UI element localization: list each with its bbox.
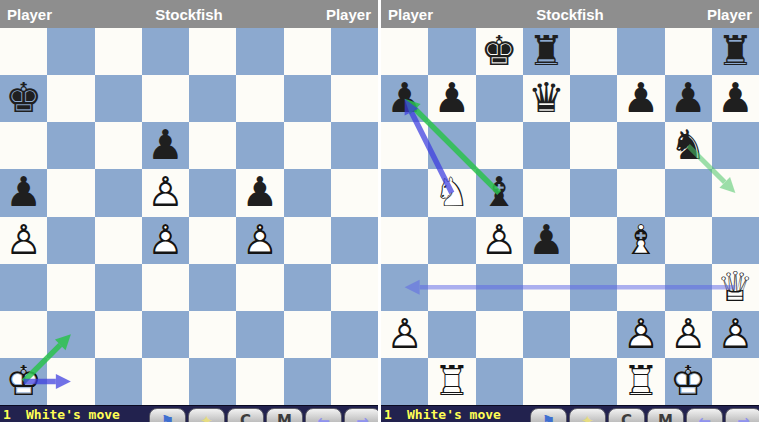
square-a7[interactable]: ♚ xyxy=(0,75,47,122)
square-d3[interactable] xyxy=(142,264,189,311)
square-e5[interactable] xyxy=(189,169,236,216)
c-glyph-icon: C xyxy=(621,414,632,422)
square-c8[interactable] xyxy=(95,28,142,75)
arrow-left-icon: ← xyxy=(317,414,330,422)
arrow-left-icon: ← xyxy=(698,414,711,422)
square-e8[interactable] xyxy=(570,28,617,75)
mode-button[interactable]: M xyxy=(266,408,303,422)
square-c4[interactable]: ♟♙ xyxy=(476,217,523,264)
square-d1[interactable] xyxy=(142,358,189,405)
square-f7[interactable]: ♟ xyxy=(617,75,664,122)
black-king: ♚ xyxy=(476,28,523,75)
square-b1[interactable] xyxy=(47,358,94,405)
white-rook: ♜♖ xyxy=(617,358,664,405)
engine-name: Stockfish xyxy=(509,6,630,23)
square-b7[interactable]: ♟ xyxy=(428,75,475,122)
white-pawn: ♟♙ xyxy=(712,311,759,358)
square-d1[interactable] xyxy=(523,358,570,405)
mode-button[interactable]: M xyxy=(647,408,684,422)
square-c8[interactable]: ♚ xyxy=(476,28,523,75)
black-pawn: ♟ xyxy=(617,75,664,122)
square-b3[interactable] xyxy=(47,264,94,311)
square-f6[interactable] xyxy=(617,122,664,169)
square-h2[interactable] xyxy=(331,311,378,358)
square-e3[interactable] xyxy=(570,264,617,311)
black-player-name: Player xyxy=(631,6,752,23)
square-a6[interactable] xyxy=(381,122,428,169)
engine-button[interactable]: C xyxy=(227,408,264,422)
piece-outline: ♙ xyxy=(381,311,428,358)
square-e6[interactable] xyxy=(189,122,236,169)
square-h1[interactable] xyxy=(712,358,759,405)
square-d3[interactable] xyxy=(523,264,570,311)
square-d8[interactable] xyxy=(142,28,189,75)
black-pawn: ♟ xyxy=(665,75,712,122)
square-g1[interactable] xyxy=(284,358,331,405)
square-a1[interactable] xyxy=(381,358,428,405)
black-rook: ♜ xyxy=(712,28,759,75)
square-h4[interactable] xyxy=(712,217,759,264)
square-f1[interactable]: ♜♖ xyxy=(617,358,664,405)
square-c6[interactable] xyxy=(476,122,523,169)
square-h8[interactable]: ♜ xyxy=(712,28,759,75)
square-f4[interactable]: ♝♗ xyxy=(617,217,664,264)
game-panel-right: Player Stockfish Player ♚♜♜♟♟♛♟♟♟♞♞♘♝♟♙♟… xyxy=(381,0,759,422)
square-b6[interactable] xyxy=(47,122,94,169)
square-f4[interactable]: ♟♙ xyxy=(236,217,283,264)
square-b6[interactable] xyxy=(428,122,475,169)
square-h3[interactable]: ♛♕ xyxy=(712,264,759,311)
square-f2[interactable]: ♟♙ xyxy=(617,311,664,358)
square-a1[interactable]: ♚♔ xyxy=(0,358,47,405)
square-h5[interactable] xyxy=(331,169,378,216)
square-h2[interactable]: ♟♙ xyxy=(712,311,759,358)
square-b7[interactable] xyxy=(47,75,94,122)
square-h1[interactable] xyxy=(331,358,378,405)
square-d4[interactable]: ♟ xyxy=(523,217,570,264)
square-e1[interactable] xyxy=(189,358,236,405)
c-glyph-icon: C xyxy=(240,414,251,422)
square-f8[interactable] xyxy=(617,28,664,75)
black-rook: ♜ xyxy=(523,28,570,75)
square-h4[interactable] xyxy=(331,217,378,264)
square-d5[interactable] xyxy=(523,169,570,216)
square-e1[interactable] xyxy=(570,358,617,405)
square-f5[interactable] xyxy=(617,169,664,216)
flag-icon: ⚑ xyxy=(542,414,555,422)
square-f2[interactable] xyxy=(236,311,283,358)
square-c3[interactable] xyxy=(95,264,142,311)
board-area: ♚♟♟♟♙♟♟♙♟♙♟♙♚♔ xyxy=(0,28,378,405)
square-e3[interactable] xyxy=(189,264,236,311)
square-f8[interactable] xyxy=(236,28,283,75)
player-header: Player Stockfish Player xyxy=(0,0,378,28)
sparkle-icon: ✦ xyxy=(581,414,594,422)
sparkle-icon: ✦ xyxy=(200,414,213,422)
white-pawn: ♟♙ xyxy=(476,217,523,264)
square-f6[interactable] xyxy=(236,122,283,169)
white-king: ♚♔ xyxy=(665,358,712,405)
square-g3[interactable] xyxy=(665,264,712,311)
white-pawn: ♟♙ xyxy=(236,217,283,264)
square-e4[interactable] xyxy=(189,217,236,264)
square-d2[interactable] xyxy=(523,311,570,358)
black-queen: ♛ xyxy=(523,75,570,122)
square-h5[interactable] xyxy=(712,169,759,216)
game-panel-left: Player Stockfish Player ♚♟♟♟♙♟♟♙♟♙♟♙♚♔ 1… xyxy=(0,0,378,422)
square-b4[interactable] xyxy=(428,217,475,264)
square-b5[interactable]: ♞♘ xyxy=(428,169,475,216)
square-h8[interactable] xyxy=(331,28,378,75)
white-pawn: ♟♙ xyxy=(142,169,189,216)
black-knight: ♞ xyxy=(665,122,712,169)
white-pawn: ♟♙ xyxy=(0,217,47,264)
square-c5[interactable]: ♝ xyxy=(476,169,523,216)
piece-outline: ♗ xyxy=(617,217,664,264)
square-e6[interactable] xyxy=(570,122,617,169)
square-c6[interactable] xyxy=(95,122,142,169)
piece-outline: ♖ xyxy=(428,358,475,405)
square-a7[interactable]: ♟ xyxy=(381,75,428,122)
piece-outline: ♔ xyxy=(665,358,712,405)
undo-move-button[interactable]: ← xyxy=(686,408,723,422)
square-g2[interactable] xyxy=(284,311,331,358)
black-player-name: Player xyxy=(250,6,371,23)
turn-status-text: White's move xyxy=(407,407,501,422)
square-b3[interactable] xyxy=(428,264,475,311)
white-pawn: ♟♙ xyxy=(142,217,189,264)
square-c2[interactable] xyxy=(476,311,523,358)
square-d5[interactable]: ♟♙ xyxy=(142,169,189,216)
square-b1[interactable]: ♜♖ xyxy=(428,358,475,405)
square-f7[interactable] xyxy=(236,75,283,122)
piece-outline: ♙ xyxy=(665,311,712,358)
square-d7[interactable] xyxy=(142,75,189,122)
white-pawn: ♟♙ xyxy=(381,311,428,358)
player-header: Player Stockfish Player xyxy=(381,0,759,28)
toolbar: ⚑✦CM←→ xyxy=(149,408,378,422)
piece-outline: ♙ xyxy=(476,217,523,264)
black-pawn: ♟ xyxy=(712,75,759,122)
square-g7[interactable]: ♟ xyxy=(665,75,712,122)
square-g4[interactable] xyxy=(665,217,712,264)
white-pawn: ♟♙ xyxy=(617,311,664,358)
square-g5[interactable] xyxy=(284,169,331,216)
flag-button[interactable]: ⚑ xyxy=(149,408,186,422)
square-c5[interactable] xyxy=(95,169,142,216)
square-d7[interactable]: ♛ xyxy=(523,75,570,122)
square-e5[interactable] xyxy=(570,169,617,216)
piece-outline: ♙ xyxy=(617,311,664,358)
square-g3[interactable] xyxy=(284,264,331,311)
square-a4[interactable] xyxy=(381,217,428,264)
undo-move-button[interactable]: ← xyxy=(305,408,342,422)
square-c7[interactable] xyxy=(476,75,523,122)
piece-outline: ♖ xyxy=(617,358,664,405)
square-a2[interactable]: ♟♙ xyxy=(381,311,428,358)
white-queen: ♛♕ xyxy=(712,264,759,311)
square-e7[interactable] xyxy=(189,75,236,122)
square-d4[interactable]: ♟♙ xyxy=(142,217,189,264)
piece-outline: ♕ xyxy=(712,264,759,311)
redo-move-button[interactable]: → xyxy=(725,408,759,422)
piece-outline: ♙ xyxy=(142,169,189,216)
m-glyph-icon: M xyxy=(277,414,292,422)
board-area: ♚♜♜♟♟♛♟♟♟♞♞♘♝♟♙♟♝♗♛♕♟♙♟♙♟♙♟♙♜♖♜♖♚♔ xyxy=(381,28,759,405)
square-a8[interactable] xyxy=(0,28,47,75)
square-a5[interactable] xyxy=(381,169,428,216)
piece-outline: ♘ xyxy=(428,169,475,216)
piece-outline: ♙ xyxy=(142,217,189,264)
white-player-name: Player xyxy=(7,6,128,23)
white-pawn: ♟♙ xyxy=(665,311,712,358)
black-pawn: ♟ xyxy=(0,169,47,216)
square-b5[interactable] xyxy=(47,169,94,216)
square-g6[interactable]: ♞ xyxy=(665,122,712,169)
square-b8[interactable] xyxy=(428,28,475,75)
piece-outline: ♙ xyxy=(236,217,283,264)
turn-status-text: White's move xyxy=(26,407,120,422)
black-king: ♚ xyxy=(0,75,47,122)
square-g6[interactable] xyxy=(284,122,331,169)
square-h6[interactable] xyxy=(331,122,378,169)
square-g4[interactable] xyxy=(284,217,331,264)
square-c1[interactable] xyxy=(95,358,142,405)
piece-outline: ♙ xyxy=(712,311,759,358)
square-g2[interactable]: ♟♙ xyxy=(665,311,712,358)
square-f3[interactable] xyxy=(236,264,283,311)
square-g7[interactable] xyxy=(284,75,331,122)
square-f1[interactable] xyxy=(236,358,283,405)
square-b4[interactable] xyxy=(47,217,94,264)
engine-name: Stockfish xyxy=(128,6,249,23)
square-b8[interactable] xyxy=(47,28,94,75)
white-player-name: Player xyxy=(388,6,509,23)
square-d6[interactable] xyxy=(523,122,570,169)
hint-button[interactable]: ✦ xyxy=(188,408,225,422)
square-e8[interactable] xyxy=(189,28,236,75)
redo-move-button[interactable]: → xyxy=(344,408,378,422)
square-c4[interactable] xyxy=(95,217,142,264)
square-h7[interactable] xyxy=(331,75,378,122)
square-h7[interactable]: ♟ xyxy=(712,75,759,122)
square-a3[interactable] xyxy=(381,264,428,311)
square-c3[interactable] xyxy=(476,264,523,311)
white-bishop: ♝♗ xyxy=(617,217,664,264)
square-e7[interactable] xyxy=(570,75,617,122)
arrow-right-icon: → xyxy=(356,414,369,422)
square-g5[interactable] xyxy=(665,169,712,216)
square-d6[interactable]: ♟ xyxy=(142,122,189,169)
move-number: 1 xyxy=(384,407,392,422)
square-d8[interactable]: ♜ xyxy=(523,28,570,75)
arrow-right-icon: → xyxy=(737,414,750,422)
status-bar: 1 White's move ⚑✦CM←→ xyxy=(0,405,378,422)
m-glyph-icon: M xyxy=(658,414,673,422)
square-a6[interactable] xyxy=(0,122,47,169)
white-king: ♚♔ xyxy=(0,358,47,405)
black-pawn: ♟ xyxy=(236,169,283,216)
square-e2[interactable] xyxy=(189,311,236,358)
black-pawn: ♟ xyxy=(142,122,189,169)
square-h6[interactable] xyxy=(712,122,759,169)
square-f3[interactable] xyxy=(617,264,664,311)
piece-outline: ♙ xyxy=(0,217,47,264)
black-pawn: ♟ xyxy=(381,75,428,122)
status-bar: 1 White's move ⚑✦CM←→ xyxy=(381,405,759,422)
square-h3[interactable] xyxy=(331,264,378,311)
engine-button[interactable]: C xyxy=(608,408,645,422)
flag-icon: ⚑ xyxy=(161,414,174,422)
square-g1[interactable]: ♚♔ xyxy=(665,358,712,405)
square-a5[interactable]: ♟ xyxy=(0,169,47,216)
white-rook: ♜♖ xyxy=(428,358,475,405)
chess-app: Player Stockfish Player ♚♟♟♟♙♟♟♙♟♙♟♙♚♔ 1… xyxy=(0,0,759,422)
square-a3[interactable] xyxy=(0,264,47,311)
toolbar: ⚑✦CM←→ xyxy=(530,408,759,422)
square-g8[interactable] xyxy=(665,28,712,75)
chess-board-left[interactable]: ♚♟♟♟♙♟♟♙♟♙♟♙♚♔ xyxy=(0,28,378,405)
square-d2[interactable] xyxy=(142,311,189,358)
square-c7[interactable] xyxy=(95,75,142,122)
square-b2[interactable] xyxy=(428,311,475,358)
flag-button[interactable]: ⚑ xyxy=(530,408,567,422)
square-a8[interactable] xyxy=(381,28,428,75)
black-pawn: ♟ xyxy=(428,75,475,122)
square-c1[interactable] xyxy=(476,358,523,405)
square-e2[interactable] xyxy=(570,311,617,358)
square-b2[interactable] xyxy=(47,311,94,358)
black-pawn: ♟ xyxy=(523,217,570,264)
square-g8[interactable] xyxy=(284,28,331,75)
white-knight: ♞♘ xyxy=(428,169,475,216)
black-bishop: ♝ xyxy=(476,169,523,216)
square-f5[interactable]: ♟ xyxy=(236,169,283,216)
chess-board-right[interactable]: ♚♜♜♟♟♛♟♟♟♞♞♘♝♟♙♟♝♗♛♕♟♙♟♙♟♙♟♙♜♖♜♖♚♔ xyxy=(381,28,759,405)
square-c2[interactable] xyxy=(95,311,142,358)
square-a2[interactable] xyxy=(0,311,47,358)
square-e4[interactable] xyxy=(570,217,617,264)
move-number: 1 xyxy=(3,407,11,422)
square-a4[interactable]: ♟♙ xyxy=(0,217,47,264)
hint-button[interactable]: ✦ xyxy=(569,408,606,422)
piece-outline: ♔ xyxy=(0,358,47,405)
